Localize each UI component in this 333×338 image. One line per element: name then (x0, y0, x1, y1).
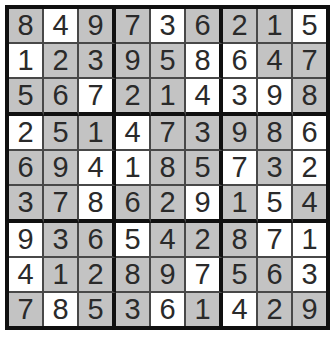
cell-r6c7[interactable]: 1 (223, 186, 258, 223)
cell-r2c9[interactable]: 7 (293, 44, 326, 79)
cell-r7c3[interactable]: 6 (79, 223, 116, 258)
cell-r3c8[interactable]: 9 (258, 79, 293, 116)
cell-r3c3[interactable]: 7 (79, 79, 116, 116)
cell-r5c9[interactable]: 2 (293, 151, 326, 186)
cell-r4c4[interactable]: 4 (116, 116, 151, 151)
cell-r3c1[interactable]: 5 (9, 79, 44, 116)
cell-r5c6[interactable]: 5 (186, 151, 223, 186)
cell-r8c1[interactable]: 4 (9, 258, 44, 293)
cell-r9c6[interactable]: 1 (186, 293, 223, 326)
cell-r9c9[interactable]: 9 (293, 293, 326, 326)
cell-r5c2[interactable]: 9 (44, 151, 79, 186)
cell-r8c8[interactable]: 6 (258, 258, 293, 293)
cell-r7c5[interactable]: 4 (151, 223, 186, 258)
cell-r4c3[interactable]: 1 (79, 116, 116, 151)
cell-r4c5[interactable]: 7 (151, 116, 186, 151)
cell-r7c1[interactable]: 9 (9, 223, 44, 258)
cell-r1c3[interactable]: 9 (79, 9, 116, 44)
cell-r9c1[interactable]: 7 (9, 293, 44, 326)
cell-r8c5[interactable]: 9 (151, 258, 186, 293)
cell-r1c2[interactable]: 4 (44, 9, 79, 44)
cell-r5c1[interactable]: 6 (9, 151, 44, 186)
cell-r3c6[interactable]: 4 (186, 79, 223, 116)
cell-r2c4[interactable]: 9 (116, 44, 151, 79)
cell-r6c6[interactable]: 9 (186, 186, 223, 223)
cell-r8c9[interactable]: 3 (293, 258, 326, 293)
cell-r4c8[interactable]: 8 (258, 116, 293, 151)
cell-r7c8[interactable]: 7 (258, 223, 293, 258)
cell-r9c4[interactable]: 3 (116, 293, 151, 326)
cell-r5c8[interactable]: 3 (258, 151, 293, 186)
cell-r3c4[interactable]: 2 (116, 79, 151, 116)
sudoku-board: 8497362151239586475672143982514739866941… (5, 5, 330, 330)
cell-r6c3[interactable]: 8 (79, 186, 116, 223)
cell-r1c4[interactable]: 7 (116, 9, 151, 44)
cell-r2c6[interactable]: 8 (186, 44, 223, 79)
cell-r1c7[interactable]: 2 (223, 9, 258, 44)
cell-r6c1[interactable]: 3 (9, 186, 44, 223)
cell-r8c4[interactable]: 8 (116, 258, 151, 293)
cell-r2c3[interactable]: 3 (79, 44, 116, 79)
cell-r7c7[interactable]: 8 (223, 223, 258, 258)
cell-r8c7[interactable]: 5 (223, 258, 258, 293)
cell-r4c6[interactable]: 3 (186, 116, 223, 151)
cell-r9c3[interactable]: 5 (79, 293, 116, 326)
page: 8497362151239586475672143982514739866941… (0, 0, 333, 338)
cell-r9c8[interactable]: 2 (258, 293, 293, 326)
cell-r6c8[interactable]: 5 (258, 186, 293, 223)
cell-r5c5[interactable]: 8 (151, 151, 186, 186)
cell-r8c3[interactable]: 2 (79, 258, 116, 293)
cell-r7c2[interactable]: 3 (44, 223, 79, 258)
cell-r3c2[interactable]: 6 (44, 79, 79, 116)
cell-r3c9[interactable]: 8 (293, 79, 326, 116)
cell-r2c2[interactable]: 2 (44, 44, 79, 79)
cell-r4c9[interactable]: 6 (293, 116, 326, 151)
cell-r1c5[interactable]: 3 (151, 9, 186, 44)
cell-r3c7[interactable]: 3 (223, 79, 258, 116)
cell-r4c7[interactable]: 9 (223, 116, 258, 151)
cell-r4c1[interactable]: 2 (9, 116, 44, 151)
cell-r9c5[interactable]: 6 (151, 293, 186, 326)
cell-r2c1[interactable]: 1 (9, 44, 44, 79)
cell-r1c6[interactable]: 6 (186, 9, 223, 44)
cell-r3c5[interactable]: 1 (151, 79, 186, 116)
cell-r5c4[interactable]: 1 (116, 151, 151, 186)
cell-r7c4[interactable]: 5 (116, 223, 151, 258)
cell-r9c2[interactable]: 8 (44, 293, 79, 326)
cell-r6c4[interactable]: 6 (116, 186, 151, 223)
cell-r5c7[interactable]: 7 (223, 151, 258, 186)
cell-r9c7[interactable]: 4 (223, 293, 258, 326)
cell-r1c8[interactable]: 1 (258, 9, 293, 44)
cell-r6c9[interactable]: 4 (293, 186, 326, 223)
cell-r6c2[interactable]: 7 (44, 186, 79, 223)
cell-r2c8[interactable]: 4 (258, 44, 293, 79)
cell-r1c9[interactable]: 5 (293, 9, 326, 44)
cell-r2c7[interactable]: 6 (223, 44, 258, 79)
cell-r7c9[interactable]: 1 (293, 223, 326, 258)
cell-r7c6[interactable]: 2 (186, 223, 223, 258)
cell-r8c2[interactable]: 1 (44, 258, 79, 293)
cell-r2c5[interactable]: 5 (151, 44, 186, 79)
cell-r1c1[interactable]: 8 (9, 9, 44, 44)
cell-r8c6[interactable]: 7 (186, 258, 223, 293)
cell-r5c3[interactable]: 4 (79, 151, 116, 186)
cell-r4c2[interactable]: 5 (44, 116, 79, 151)
cell-r6c5[interactable]: 2 (151, 186, 186, 223)
